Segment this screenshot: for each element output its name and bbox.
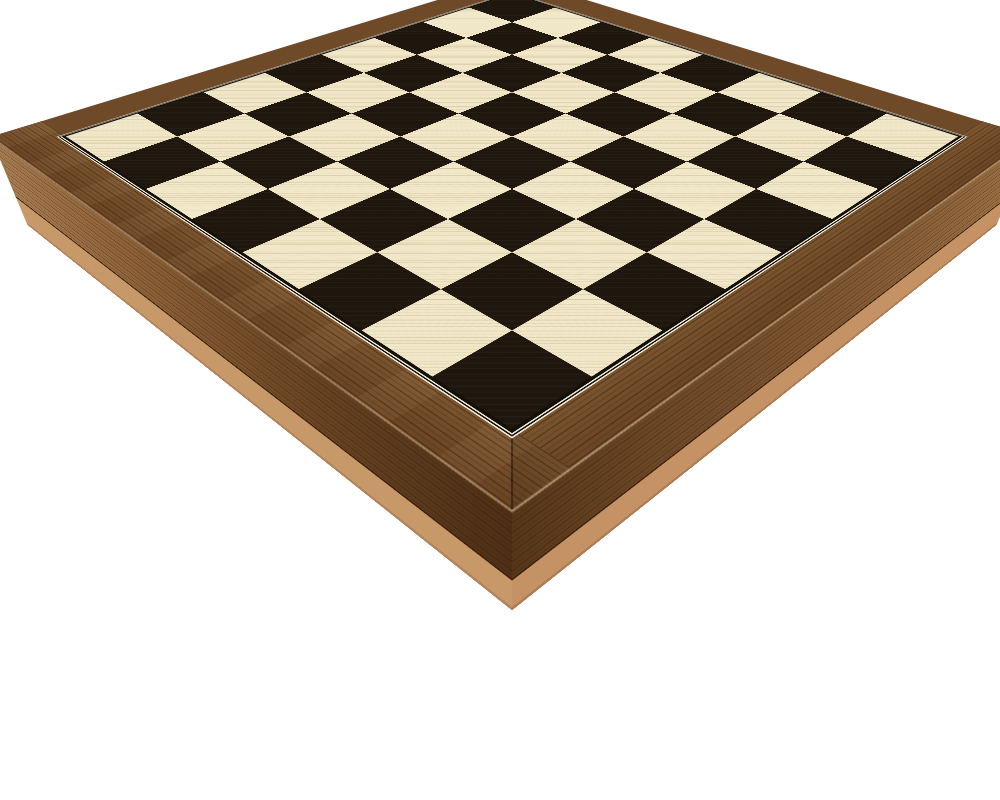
- playing-field: [66, 0, 959, 429]
- photo-background: [0, 0, 1000, 800]
- chess-board: [0, 0, 1000, 512]
